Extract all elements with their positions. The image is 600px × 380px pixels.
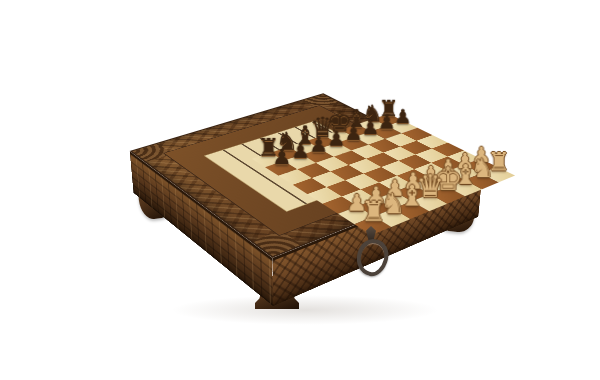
piece-black-pawn-a7: ♟ — [264, 147, 298, 168]
chess-set-scene: ♜♞♝♛♚♝♞♜♟♟♟♟♟♟♟♟♟♟♟♟♟♟♟♟♜♞♝♛♚♝♞♜ — [0, 0, 600, 380]
board-inlay-border: ♜♞♝♛♚♝♞♜♟♟♟♟♟♟♟♟♟♟♟♟♟♟♟♟♜♞♝♛♚♝♞♜ — [204, 121, 403, 212]
product-photo-stage: ♜♞♝♛♚♝♞♜♟♟♟♟♟♟♟♟♟♟♟♟♟♟♟♟♜♞♝♛♚♝♞♜ — [0, 0, 600, 380]
square-b6 — [298, 163, 331, 178]
square-c6 — [316, 157, 348, 172]
chess-board: ♜♞♝♛♚♝♞♜♟♟♟♟♟♟♟♟♟♟♟♟♟♟♟♟♜♞♝♛♚♝♞♜ — [252, 140, 353, 186]
chess-set: ♜♞♝♛♚♝♞♜♟♟♟♟♟♟♟♟♟♟♟♟♟♟♟♟♜♞♝♛♚♝♞♜ — [130, 93, 483, 258]
square-a7: ♟ — [265, 161, 298, 176]
piece-white-rook-a1: ♜ — [354, 197, 392, 225]
square-e6 — [352, 145, 384, 159]
